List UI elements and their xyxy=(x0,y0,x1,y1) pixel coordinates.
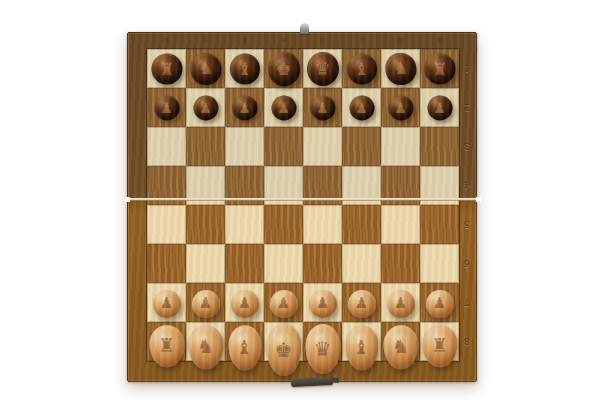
hinge-pin-icon xyxy=(300,23,309,34)
dark-amber-king-e1[interactable]: ♚ xyxy=(268,51,300,86)
square-f1[interactable]: ♝ xyxy=(225,49,264,88)
square-a5[interactable] xyxy=(420,205,459,244)
square-e4[interactable] xyxy=(264,166,303,205)
latch-icon xyxy=(291,377,333,387)
square-d2[interactable]: ♟ xyxy=(303,88,342,127)
square-d7[interactable]: ♟ xyxy=(303,283,342,322)
square-c5[interactable] xyxy=(342,205,381,244)
square-c1[interactable]: ♝ xyxy=(342,49,381,88)
file-label-h: h xyxy=(147,34,186,48)
rank-label-5: 5 xyxy=(457,205,476,244)
square-c8[interactable]: ♝ xyxy=(342,322,381,361)
square-h4[interactable] xyxy=(147,166,186,205)
square-h5[interactable] xyxy=(147,205,186,244)
rank-label-2: 2 xyxy=(457,88,476,127)
board-grid: ♜♞♝♚♛♝♞♜♟♟♟♟♟♟♟♟♟♟♟♟♟♟♟♟♜♞♝♚♛♝♞♜ xyxy=(147,49,459,361)
square-b5[interactable] xyxy=(381,205,420,244)
rank-label-1: 1 xyxy=(457,49,476,88)
light-wood-pawn-b7[interactable]: ♟ xyxy=(387,290,415,318)
file-labels: hgfedcba xyxy=(147,34,459,48)
dark-amber-pawn-h2[interactable]: ♟ xyxy=(154,95,179,120)
light-wood-rook-a8[interactable]: ♜ xyxy=(422,325,457,367)
square-g3[interactable] xyxy=(186,127,225,166)
square-e1[interactable]: ♚ xyxy=(264,49,303,88)
light-wood-bishop-f8[interactable]: ♝ xyxy=(228,325,261,370)
square-g2[interactable]: ♟ xyxy=(186,88,225,127)
square-h3[interactable] xyxy=(147,127,186,166)
dark-amber-pawn-b2[interactable]: ♟ xyxy=(388,95,413,120)
dark-amber-knight-g1[interactable]: ♞ xyxy=(190,53,221,85)
light-wood-pawn-e7[interactable]: ♟ xyxy=(270,290,298,318)
square-e6[interactable] xyxy=(264,244,303,283)
dark-amber-pawn-c2[interactable]: ♟ xyxy=(349,95,374,120)
square-g1[interactable]: ♞ xyxy=(186,49,225,88)
dark-amber-pawn-d2[interactable]: ♟ xyxy=(310,95,335,120)
light-wood-pawn-h7[interactable]: ♟ xyxy=(153,290,181,318)
dark-amber-queen-d1[interactable]: ♛ xyxy=(307,52,339,86)
square-h8[interactable]: ♜ xyxy=(147,322,186,361)
light-wood-knight-g8[interactable]: ♞ xyxy=(188,325,223,369)
light-wood-king-e8[interactable]: ♚ xyxy=(266,323,301,375)
square-a2[interactable]: ♟ xyxy=(420,88,459,127)
square-d3[interactable] xyxy=(303,127,342,166)
square-a6[interactable] xyxy=(420,244,459,283)
square-b3[interactable] xyxy=(381,127,420,166)
light-wood-queen-d8[interactable]: ♛ xyxy=(305,324,340,374)
dark-amber-pawn-f2[interactable]: ♟ xyxy=(232,95,257,120)
square-f4[interactable] xyxy=(225,166,264,205)
square-c2[interactable]: ♟ xyxy=(342,88,381,127)
rank-label-7: 7 xyxy=(457,283,476,322)
square-a8[interactable]: ♜ xyxy=(420,322,459,361)
square-h2[interactable]: ♟ xyxy=(147,88,186,127)
rank-label-6: 6 xyxy=(457,244,476,283)
square-g6[interactable] xyxy=(186,244,225,283)
square-f8[interactable]: ♝ xyxy=(225,322,264,361)
square-f2[interactable]: ♟ xyxy=(225,88,264,127)
dark-amber-rook-a1[interactable]: ♜ xyxy=(424,53,455,84)
square-d4[interactable] xyxy=(303,166,342,205)
light-wood-pawn-c7[interactable]: ♟ xyxy=(348,290,376,318)
chess-board: ♜♞♝♚♛♝♞♜♟♟♟♟♟♟♟♟♟♟♟♟♟♟♟♟♜♞♝♚♛♝♞♜ 1234567… xyxy=(127,32,477,382)
dark-amber-knight-b1[interactable]: ♞ xyxy=(385,53,416,85)
square-e3[interactable] xyxy=(264,127,303,166)
light-wood-pawn-g7[interactable]: ♟ xyxy=(192,290,220,318)
dark-amber-rook-h1[interactable]: ♜ xyxy=(151,53,182,84)
light-wood-rook-h8[interactable]: ♜ xyxy=(149,325,184,367)
square-d1[interactable]: ♛ xyxy=(303,49,342,88)
square-g8[interactable]: ♞ xyxy=(186,322,225,361)
square-b2[interactable]: ♟ xyxy=(381,88,420,127)
chess-set-product-photo: ♜♞♝♚♛♝♞♜♟♟♟♟♟♟♟♟♟♟♟♟♟♟♟♟♜♞♝♚♛♝♞♜ 1234567… xyxy=(0,0,600,400)
light-wood-knight-b8[interactable]: ♞ xyxy=(383,325,418,369)
square-d6[interactable] xyxy=(303,244,342,283)
square-a4[interactable] xyxy=(420,166,459,205)
square-f5[interactable] xyxy=(225,205,264,244)
square-g4[interactable] xyxy=(186,166,225,205)
light-wood-pawn-a7[interactable]: ♟ xyxy=(426,290,454,318)
square-d5[interactable] xyxy=(303,205,342,244)
square-b6[interactable] xyxy=(381,244,420,283)
file-label-a: a xyxy=(420,34,459,48)
rank-label-8: 8 xyxy=(457,322,476,361)
square-e2[interactable]: ♟ xyxy=(264,88,303,127)
square-e7[interactable]: ♟ xyxy=(264,283,303,322)
square-f7[interactable]: ♟ xyxy=(225,283,264,322)
file-label-b: b xyxy=(381,34,420,48)
dark-amber-pawn-g2[interactable]: ♟ xyxy=(193,95,218,120)
square-c7[interactable]: ♟ xyxy=(342,283,381,322)
file-label-c: c xyxy=(342,34,381,48)
square-a3[interactable] xyxy=(420,127,459,166)
dark-amber-pawn-a2[interactable]: ♟ xyxy=(427,95,452,120)
square-d8[interactable]: ♛ xyxy=(303,322,342,361)
square-b8[interactable]: ♞ xyxy=(381,322,420,361)
square-c3[interactable] xyxy=(342,127,381,166)
rank-label-3: 3 xyxy=(457,127,476,166)
square-b4[interactable] xyxy=(381,166,420,205)
file-label-d: d xyxy=(303,34,342,48)
square-a7[interactable]: ♟ xyxy=(420,283,459,322)
light-wood-pawn-f7[interactable]: ♟ xyxy=(231,290,259,318)
square-f3[interactable] xyxy=(225,127,264,166)
square-b1[interactable]: ♞ xyxy=(381,49,420,88)
square-a1[interactable]: ♜ xyxy=(420,49,459,88)
square-h6[interactable] xyxy=(147,244,186,283)
rank-labels: 12345678 xyxy=(457,49,476,361)
square-h1[interactable]: ♜ xyxy=(147,49,186,88)
square-f6[interactable] xyxy=(225,244,264,283)
dark-amber-pawn-e2[interactable]: ♟ xyxy=(271,95,296,120)
file-label-e: e xyxy=(264,34,303,48)
square-g5[interactable] xyxy=(186,205,225,244)
light-wood-pawn-d7[interactable]: ♟ xyxy=(309,290,337,318)
square-h7[interactable]: ♟ xyxy=(147,283,186,322)
dark-amber-bishop-f1[interactable]: ♝ xyxy=(230,53,260,84)
square-g7[interactable]: ♟ xyxy=(186,283,225,322)
file-label-f: f xyxy=(225,34,264,48)
square-e5[interactable] xyxy=(264,205,303,244)
square-e8[interactable]: ♚ xyxy=(264,322,303,361)
rank-label-4: 4 xyxy=(457,166,476,205)
square-c6[interactable] xyxy=(342,244,381,283)
light-wood-bishop-c8[interactable]: ♝ xyxy=(345,325,378,370)
dark-amber-bishop-c1[interactable]: ♝ xyxy=(347,53,377,84)
square-b7[interactable]: ♟ xyxy=(381,283,420,322)
file-label-g: g xyxy=(186,34,225,48)
square-c4[interactable] xyxy=(342,166,381,205)
